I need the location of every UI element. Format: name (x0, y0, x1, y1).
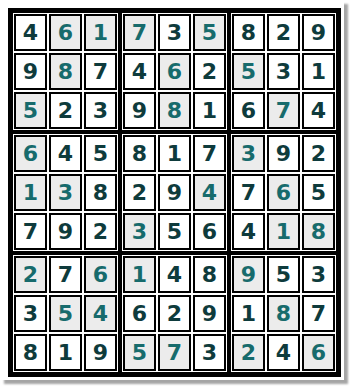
cell-r4c6[interactable]: 7 (193, 135, 226, 172)
cell-r9c4[interactable]: 5 (123, 334, 156, 371)
cell-r4c1[interactable]: 6 (14, 135, 47, 172)
cell-r9c3[interactable]: 9 (84, 334, 117, 371)
cell-r3c4[interactable]: 9 (123, 92, 156, 129)
cell-r5c3[interactable]: 8 (84, 174, 117, 211)
sudoku-board: 4619875237354629818295316746451387928172… (8, 8, 341, 377)
cell-r2c8[interactable]: 3 (267, 53, 300, 90)
cell-r9c7[interactable]: 2 (232, 334, 265, 371)
cell-r7c3[interactable]: 6 (84, 256, 117, 293)
cell-r2c4[interactable]: 4 (123, 53, 156, 90)
cell-r7c5[interactable]: 4 (158, 256, 191, 293)
cell-r3c7[interactable]: 6 (232, 92, 265, 129)
cell-r6c5[interactable]: 5 (158, 213, 191, 250)
cell-r4c8[interactable]: 9 (267, 135, 300, 172)
cell-r8c9[interactable]: 7 (302, 295, 335, 332)
cell-r8c8[interactable]: 8 (267, 295, 300, 332)
cell-r5c7[interactable]: 7 (232, 174, 265, 211)
cell-r6c7[interactable]: 4 (232, 213, 265, 250)
cell-r8c6[interactable]: 9 (193, 295, 226, 332)
box-r3c2: 148629573 (120, 253, 229, 374)
cell-r1c1[interactable]: 4 (14, 14, 47, 51)
cell-r5c5[interactable]: 9 (158, 174, 191, 211)
cell-r5c8[interactable]: 6 (267, 174, 300, 211)
cell-r6c2[interactable]: 9 (49, 213, 82, 250)
box-r3c3: 953187246 (229, 253, 338, 374)
cell-r5c1[interactable]: 1 (14, 174, 47, 211)
box-r1c2: 735462981 (120, 11, 229, 132)
cell-r8c5[interactable]: 2 (158, 295, 191, 332)
cell-r9c1[interactable]: 8 (14, 334, 47, 371)
cell-r6c4[interactable]: 3 (123, 213, 156, 250)
cell-r4c4[interactable]: 8 (123, 135, 156, 172)
cell-r2c3[interactable]: 7 (84, 53, 117, 90)
cell-r6c6[interactable]: 6 (193, 213, 226, 250)
cell-r8c1[interactable]: 3 (14, 295, 47, 332)
cell-r1c4[interactable]: 7 (123, 14, 156, 51)
cell-r4c2[interactable]: 4 (49, 135, 82, 172)
box-r2c2: 817294356 (120, 132, 229, 253)
cell-r6c9[interactable]: 8 (302, 213, 335, 250)
cell-r5c2[interactable]: 3 (49, 174, 82, 211)
cell-r9c2[interactable]: 1 (49, 334, 82, 371)
cell-r7c4[interactable]: 1 (123, 256, 156, 293)
cell-r1c7[interactable]: 8 (232, 14, 265, 51)
box-r1c3: 829531674 (229, 11, 338, 132)
cell-r5c4[interactable]: 2 (123, 174, 156, 211)
cell-r5c6[interactable]: 4 (193, 174, 226, 211)
cell-r4c7[interactable]: 3 (232, 135, 265, 172)
cell-r2c9[interactable]: 1 (302, 53, 335, 90)
cell-r1c9[interactable]: 9 (302, 14, 335, 51)
cell-r9c6[interactable]: 3 (193, 334, 226, 371)
cell-r3c5[interactable]: 8 (158, 92, 191, 129)
cell-r7c6[interactable]: 8 (193, 256, 226, 293)
cell-r2c6[interactable]: 2 (193, 53, 226, 90)
cell-r7c8[interactable]: 5 (267, 256, 300, 293)
cell-r1c5[interactable]: 3 (158, 14, 191, 51)
cell-r1c8[interactable]: 2 (267, 14, 300, 51)
cell-r4c3[interactable]: 5 (84, 135, 117, 172)
cell-r2c1[interactable]: 9 (14, 53, 47, 90)
cell-r8c7[interactable]: 1 (232, 295, 265, 332)
box-r2c1: 645138792 (11, 132, 120, 253)
cell-r3c8[interactable]: 7 (267, 92, 300, 129)
cell-r2c2[interactable]: 8 (49, 53, 82, 90)
cell-r8c4[interactable]: 6 (123, 295, 156, 332)
cell-r8c2[interactable]: 5 (49, 295, 82, 332)
cell-r6c8[interactable]: 1 (267, 213, 300, 250)
cell-r9c9[interactable]: 6 (302, 334, 335, 371)
cell-r3c9[interactable]: 4 (302, 92, 335, 129)
cell-r3c1[interactable]: 5 (14, 92, 47, 129)
cell-r6c1[interactable]: 7 (14, 213, 47, 250)
cell-r1c6[interactable]: 5 (193, 14, 226, 51)
puzzle-panel: 4619875237354629818295316746451387928172… (0, 0, 344, 380)
cell-r7c2[interactable]: 7 (49, 256, 82, 293)
cell-r3c6[interactable]: 1 (193, 92, 226, 129)
cell-r3c3[interactable]: 3 (84, 92, 117, 129)
box-r2c3: 392765418 (229, 132, 338, 253)
cell-r2c7[interactable]: 5 (232, 53, 265, 90)
box-r3c1: 276354819 (11, 253, 120, 374)
cell-r7c9[interactable]: 3 (302, 256, 335, 293)
cell-r4c9[interactable]: 2 (302, 135, 335, 172)
cell-r7c7[interactable]: 9 (232, 256, 265, 293)
cell-r9c5[interactable]: 7 (158, 334, 191, 371)
cell-r4c5[interactable]: 1 (158, 135, 191, 172)
cell-r9c8[interactable]: 4 (267, 334, 300, 371)
box-r1c1: 461987523 (11, 11, 120, 132)
cell-r5c9[interactable]: 5 (302, 174, 335, 211)
cell-r1c3[interactable]: 1 (84, 14, 117, 51)
cell-r3c2[interactable]: 2 (49, 92, 82, 129)
cell-r2c5[interactable]: 6 (158, 53, 191, 90)
cell-r1c2[interactable]: 6 (49, 14, 82, 51)
cell-r8c3[interactable]: 4 (84, 295, 117, 332)
cell-r6c3[interactable]: 2 (84, 213, 117, 250)
cell-r7c1[interactable]: 2 (14, 256, 47, 293)
